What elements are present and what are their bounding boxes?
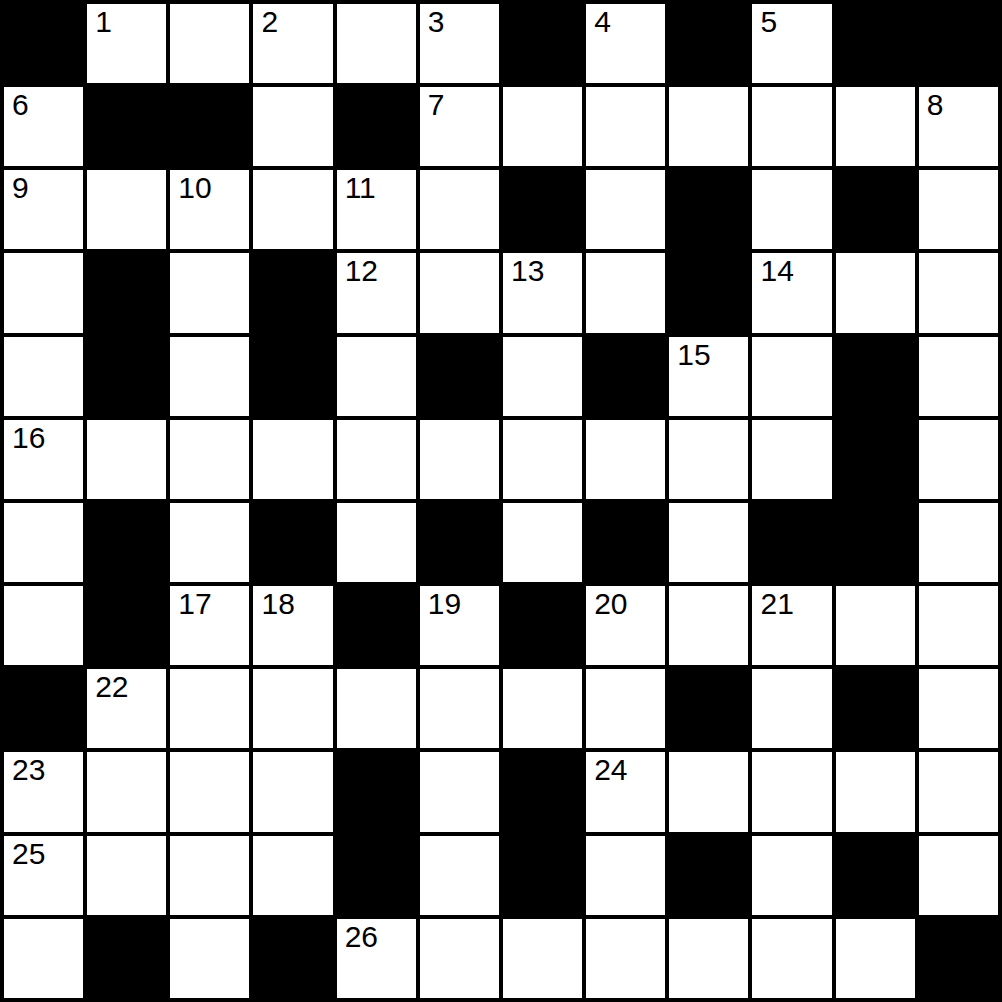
white-cell-r5c1[interactable] [87, 420, 166, 499]
white-cell-r4c2[interactable] [170, 337, 249, 416]
white-cell-r2c3[interactable] [253, 170, 332, 249]
white-cell-r9c11[interactable] [919, 752, 998, 831]
white-cell-r5c5[interactable] [420, 420, 499, 499]
white-cell-r6c11[interactable] [919, 503, 998, 582]
white-cell-r6c6[interactable] [503, 503, 582, 582]
black-cell-r7c1 [87, 586, 166, 665]
black-cell-r8c10 [836, 669, 915, 748]
white-cell-r2c7[interactable] [586, 170, 665, 249]
white-cell-r9c5[interactable] [420, 752, 499, 831]
clue-number-12: 12 [345, 254, 378, 287]
clue-number-21: 21 [760, 587, 793, 620]
white-cell-r3c9[interactable]: 14 [752, 253, 831, 332]
black-cell-r9c6 [503, 752, 582, 831]
white-cell-r6c4[interactable] [337, 503, 416, 582]
clue-number-9: 9 [12, 171, 29, 204]
white-cell-r7c0[interactable] [4, 586, 83, 665]
white-cell-r10c0[interactable]: 25 [4, 836, 83, 915]
white-cell-r6c2[interactable] [170, 503, 249, 582]
black-cell-r4c3 [253, 337, 332, 416]
white-cell-r10c7[interactable] [586, 836, 665, 915]
black-cell-r2c10 [836, 170, 915, 249]
clue-number-16: 16 [12, 421, 45, 454]
white-cell-r0c9[interactable]: 5 [752, 4, 831, 83]
white-cell-r5c6[interactable] [503, 420, 582, 499]
white-cell-r2c0[interactable]: 9 [4, 170, 83, 249]
white-cell-r3c2[interactable] [170, 253, 249, 332]
black-cell-r10c10 [836, 836, 915, 915]
clue-number-25: 25 [12, 837, 45, 870]
white-cell-r3c5[interactable] [420, 253, 499, 332]
black-cell-r1c2 [170, 87, 249, 166]
white-cell-r9c1[interactable] [87, 752, 166, 831]
white-cell-r7c11[interactable] [919, 586, 998, 665]
white-cell-r1c11[interactable]: 8 [919, 87, 998, 166]
clue-number-20: 20 [594, 587, 627, 620]
black-cell-r8c0 [4, 669, 83, 748]
clue-number-11: 11 [345, 171, 376, 204]
clue-number-18: 18 [261, 587, 294, 620]
black-cell-r11c1 [87, 919, 166, 998]
clue-number-1: 1 [95, 5, 112, 38]
clue-number-4: 4 [594, 5, 611, 38]
white-cell-r7c9[interactable]: 21 [752, 586, 831, 665]
white-cell-r8c1[interactable]: 22 [87, 669, 166, 748]
white-cell-r8c9[interactable] [752, 669, 831, 748]
white-cell-r4c8[interactable]: 15 [669, 337, 748, 416]
white-cell-r8c5[interactable] [420, 669, 499, 748]
white-cell-r9c0[interactable]: 23 [4, 752, 83, 831]
white-cell-r11c5[interactable] [420, 919, 499, 998]
clue-number-15: 15 [677, 338, 710, 371]
white-cell-r10c3[interactable] [253, 836, 332, 915]
black-cell-r1c4 [337, 87, 416, 166]
black-cell-r3c1 [87, 253, 166, 332]
black-cell-r0c8 [669, 4, 748, 83]
clue-number-22: 22 [95, 670, 128, 703]
white-cell-r2c5[interactable] [420, 170, 499, 249]
white-cell-r8c6[interactable] [503, 669, 582, 748]
black-cell-r3c8 [669, 253, 748, 332]
white-cell-r0c7[interactable]: 4 [586, 4, 665, 83]
white-cell-r5c4[interactable] [337, 420, 416, 499]
white-cell-r4c0[interactable] [4, 337, 83, 416]
clue-number-17: 17 [178, 587, 211, 620]
white-cell-r1c8[interactable] [669, 87, 748, 166]
white-cell-r3c0[interactable] [4, 253, 83, 332]
clue-number-23: 23 [12, 753, 45, 786]
white-cell-r11c10[interactable] [836, 919, 915, 998]
white-cell-r7c7[interactable]: 20 [586, 586, 665, 665]
clue-number-19: 19 [428, 587, 461, 620]
black-cell-r4c5 [420, 337, 499, 416]
white-cell-r11c7[interactable] [586, 919, 665, 998]
white-cell-r9c3[interactable] [253, 752, 332, 831]
white-cell-r11c4[interactable]: 26 [337, 919, 416, 998]
black-cell-r0c0 [4, 4, 83, 83]
white-cell-r1c9[interactable] [752, 87, 831, 166]
clue-number-2: 2 [261, 5, 278, 38]
black-cell-r11c11 [919, 919, 998, 998]
white-cell-r3c6[interactable]: 13 [503, 253, 582, 332]
white-cell-r11c6[interactable] [503, 919, 582, 998]
white-cell-r2c9[interactable] [752, 170, 831, 249]
white-cell-r3c7[interactable] [586, 253, 665, 332]
clue-number-13: 13 [511, 254, 544, 287]
black-cell-r10c4 [337, 836, 416, 915]
white-cell-r5c7[interactable] [586, 420, 665, 499]
black-cell-r6c3 [253, 503, 332, 582]
white-cell-r2c1[interactable] [87, 170, 166, 249]
white-cell-r6c8[interactable] [669, 503, 748, 582]
white-cell-r11c2[interactable] [170, 919, 249, 998]
white-cell-r5c2[interactable] [170, 420, 249, 499]
white-cell-r9c7[interactable]: 24 [586, 752, 665, 831]
white-cell-r10c11[interactable] [919, 836, 998, 915]
white-cell-r5c8[interactable] [669, 420, 748, 499]
black-cell-r6c1 [87, 503, 166, 582]
clue-number-7: 7 [428, 88, 445, 121]
black-cell-r9c4 [337, 752, 416, 831]
white-cell-r8c3[interactable] [253, 669, 332, 748]
white-cell-r4c11[interactable] [919, 337, 998, 416]
white-cell-r5c9[interactable] [752, 420, 831, 499]
white-cell-r4c9[interactable] [752, 337, 831, 416]
black-cell-r0c6 [503, 4, 582, 83]
black-cell-r1c1 [87, 87, 166, 166]
white-cell-r7c2[interactable]: 17 [170, 586, 249, 665]
black-cell-r7c4 [337, 586, 416, 665]
white-cell-r0c5[interactable]: 3 [420, 4, 499, 83]
black-cell-r4c1 [87, 337, 166, 416]
black-cell-r0c10 [836, 4, 915, 83]
white-cell-r1c3[interactable] [253, 87, 332, 166]
crossword-grid: 1234567891011121314151617181920212223242… [0, 0, 1002, 1002]
white-cell-r9c9[interactable] [752, 752, 831, 831]
clue-number-8: 8 [927, 88, 944, 121]
clue-number-5: 5 [760, 5, 777, 38]
clue-number-26: 26 [345, 920, 378, 953]
clue-number-24: 24 [594, 753, 627, 786]
black-cell-r4c7 [586, 337, 665, 416]
white-cell-r0c4[interactable] [337, 4, 416, 83]
clue-number-14: 14 [760, 254, 793, 287]
white-cell-r10c9[interactable] [752, 836, 831, 915]
white-cell-r1c0[interactable]: 6 [4, 87, 83, 166]
white-cell-r3c10[interactable] [836, 253, 915, 332]
white-cell-r10c5[interactable] [420, 836, 499, 915]
white-cell-r7c5[interactable]: 19 [420, 586, 499, 665]
white-cell-r5c0[interactable]: 16 [4, 420, 83, 499]
white-cell-r8c4[interactable] [337, 669, 416, 748]
white-cell-r2c4[interactable]: 11 [337, 170, 416, 249]
white-cell-r2c11[interactable] [919, 170, 998, 249]
white-cell-r11c8[interactable] [669, 919, 748, 998]
white-cell-r1c7[interactable] [586, 87, 665, 166]
white-cell-r0c1[interactable]: 1 [87, 4, 166, 83]
black-cell-r8c8 [669, 669, 748, 748]
white-cell-r2c2[interactable]: 10 [170, 170, 249, 249]
white-cell-r1c6[interactable] [503, 87, 582, 166]
white-cell-r3c4[interactable]: 12 [337, 253, 416, 332]
clue-number-6: 6 [12, 88, 29, 121]
black-cell-r6c10 [836, 503, 915, 582]
black-cell-r6c5 [420, 503, 499, 582]
white-cell-r9c2[interactable] [170, 752, 249, 831]
white-cell-r8c11[interactable] [919, 669, 998, 748]
black-cell-r10c8 [669, 836, 748, 915]
white-cell-r7c8[interactable] [669, 586, 748, 665]
white-cell-r8c2[interactable] [170, 669, 249, 748]
white-cell-r1c5[interactable]: 7 [420, 87, 499, 166]
white-cell-r3c11[interactable] [919, 253, 998, 332]
black-cell-r5c10 [836, 420, 915, 499]
white-cell-r11c0[interactable] [4, 919, 83, 998]
white-cell-r5c11[interactable] [919, 420, 998, 499]
white-cell-r0c2[interactable] [170, 4, 249, 83]
white-cell-r5c3[interactable] [253, 420, 332, 499]
white-cell-r10c1[interactable] [87, 836, 166, 915]
black-cell-r2c6 [503, 170, 582, 249]
black-cell-r11c3 [253, 919, 332, 998]
white-cell-r8c7[interactable] [586, 669, 665, 748]
black-cell-r3c3 [253, 253, 332, 332]
black-cell-r7c6 [503, 586, 582, 665]
white-cell-r0c3[interactable]: 2 [253, 4, 332, 83]
clue-number-10: 10 [178, 171, 211, 204]
white-cell-r9c10[interactable] [836, 752, 915, 831]
white-cell-r11c9[interactable] [752, 919, 831, 998]
white-cell-r7c10[interactable] [836, 586, 915, 665]
clue-number-3: 3 [428, 5, 445, 38]
white-cell-r1c10[interactable] [836, 87, 915, 166]
white-cell-r4c6[interactable] [503, 337, 582, 416]
black-cell-r4c10 [836, 337, 915, 416]
black-cell-r10c6 [503, 836, 582, 915]
white-cell-r9c8[interactable] [669, 752, 748, 831]
white-cell-r6c0[interactable] [4, 503, 83, 582]
white-cell-r7c3[interactable]: 18 [253, 586, 332, 665]
white-cell-r10c2[interactable] [170, 836, 249, 915]
black-cell-r2c8 [669, 170, 748, 249]
black-cell-r6c7 [586, 503, 665, 582]
black-cell-r0c11 [919, 4, 998, 83]
white-cell-r4c4[interactable] [337, 337, 416, 416]
black-cell-r6c9 [752, 503, 831, 582]
